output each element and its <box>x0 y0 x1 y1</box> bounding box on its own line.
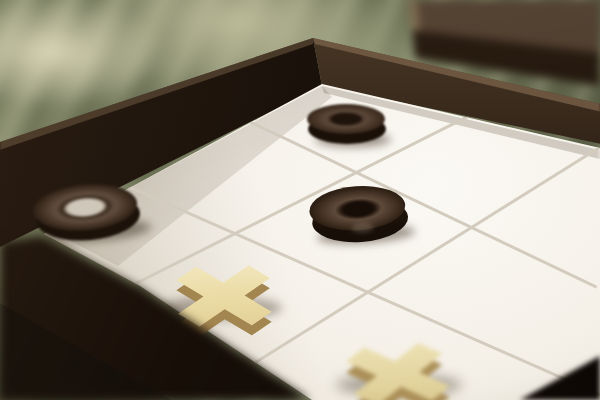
photo-tictactoe-scene <box>0 0 600 400</box>
vignette <box>0 0 600 400</box>
